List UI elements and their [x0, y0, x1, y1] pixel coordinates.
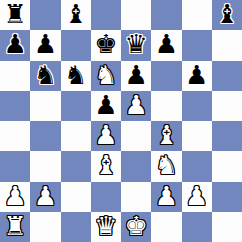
square-g5[interactable] [182, 91, 212, 121]
square-c8[interactable]: ♝ [61, 0, 91, 30]
white-king: ♚ [124, 213, 147, 239]
square-a6[interactable] [0, 61, 30, 91]
square-a5[interactable] [0, 91, 30, 121]
white-knight: ♞ [94, 62, 117, 88]
square-h8[interactable]: ♝ [212, 0, 242, 30]
white-queen: ♛ [94, 213, 117, 239]
square-h4[interactable] [212, 121, 242, 151]
square-f8[interactable] [151, 0, 181, 30]
white-pawn: ♟ [155, 183, 178, 209]
square-g2[interactable]: ♟ [182, 182, 212, 212]
square-a2[interactable]: ♟ [0, 182, 30, 212]
black-pawn: ♟ [155, 31, 178, 57]
square-f3[interactable]: ♞ [151, 151, 181, 181]
square-e3[interactable] [121, 151, 151, 181]
square-f5[interactable] [151, 91, 181, 121]
square-e7[interactable]: ♛ [121, 30, 151, 60]
white-bishop: ♝ [94, 152, 117, 178]
square-a7[interactable]: ♟ [0, 30, 30, 60]
square-e2[interactable] [121, 182, 151, 212]
square-b8[interactable] [30, 0, 60, 30]
black-pawn: ♟ [34, 31, 57, 57]
square-f2[interactable]: ♟ [151, 182, 181, 212]
square-c3[interactable] [61, 151, 91, 181]
white-pawn: ♟ [94, 122, 117, 148]
square-c7[interactable] [61, 30, 91, 60]
square-d6[interactable]: ♞ [91, 61, 121, 91]
white-pawn: ♟ [34, 183, 57, 209]
square-e5[interactable]: ♟ [121, 91, 151, 121]
square-e8[interactable] [121, 0, 151, 30]
square-g8[interactable] [182, 0, 212, 30]
square-d7[interactable]: ♚ [91, 30, 121, 60]
square-f1[interactable] [151, 212, 181, 242]
square-h5[interactable] [212, 91, 242, 121]
square-b3[interactable] [30, 151, 60, 181]
square-h6[interactable] [212, 61, 242, 91]
square-c4[interactable] [61, 121, 91, 151]
black-king: ♚ [94, 31, 117, 57]
white-pawn: ♟ [3, 183, 26, 209]
square-a3[interactable] [0, 151, 30, 181]
white-rook: ♜ [3, 213, 26, 239]
square-b6[interactable]: ♞ [30, 61, 60, 91]
square-b7[interactable]: ♟ [30, 30, 60, 60]
square-g4[interactable] [182, 121, 212, 151]
square-c5[interactable] [61, 91, 91, 121]
white-pawn: ♟ [185, 183, 208, 209]
square-g3[interactable] [182, 151, 212, 181]
black-pawn: ♟ [94, 92, 117, 118]
square-h3[interactable] [212, 151, 242, 181]
square-f6[interactable] [151, 61, 181, 91]
square-h2[interactable] [212, 182, 242, 212]
white-pawn: ♟ [124, 92, 147, 118]
black-knight: ♞ [64, 62, 87, 88]
black-bishop: ♝ [215, 1, 238, 27]
black-knight: ♞ [34, 62, 57, 88]
black-bishop: ♝ [64, 1, 87, 27]
black-queen: ♛ [124, 31, 147, 57]
square-b1[interactable] [30, 212, 60, 242]
square-g1[interactable] [182, 212, 212, 242]
square-a4[interactable] [0, 121, 30, 151]
square-e4[interactable] [121, 121, 151, 151]
square-a8[interactable]: ♜ [0, 0, 30, 30]
black-rook: ♜ [3, 1, 26, 27]
square-h7[interactable] [212, 30, 242, 60]
white-knight: ♞ [155, 152, 178, 178]
chess-board: ♜♝♝♟♟♚♛♟♞♞♞♟♟♟♟♟♝♝♞♟♟♟♟♜♛♚ [0, 0, 242, 242]
square-g6[interactable]: ♟ [182, 61, 212, 91]
square-e1[interactable]: ♚ [121, 212, 151, 242]
square-d2[interactable] [91, 182, 121, 212]
white-bishop: ♝ [155, 122, 178, 148]
square-f4[interactable]: ♝ [151, 121, 181, 151]
square-d5[interactable]: ♟ [91, 91, 121, 121]
black-pawn: ♟ [124, 62, 147, 88]
square-c6[interactable]: ♞ [61, 61, 91, 91]
square-c1[interactable] [61, 212, 91, 242]
square-b5[interactable] [30, 91, 60, 121]
square-f7[interactable]: ♟ [151, 30, 181, 60]
square-e6[interactable]: ♟ [121, 61, 151, 91]
square-d1[interactable]: ♛ [91, 212, 121, 242]
black-pawn: ♟ [3, 31, 26, 57]
square-g7[interactable] [182, 30, 212, 60]
square-d8[interactable] [91, 0, 121, 30]
square-a1[interactable]: ♜ [0, 212, 30, 242]
square-d4[interactable]: ♟ [91, 121, 121, 151]
square-h1[interactable] [212, 212, 242, 242]
square-b4[interactable] [30, 121, 60, 151]
square-d3[interactable]: ♝ [91, 151, 121, 181]
square-c2[interactable] [61, 182, 91, 212]
black-pawn: ♟ [185, 62, 208, 88]
square-b2[interactable]: ♟ [30, 182, 60, 212]
